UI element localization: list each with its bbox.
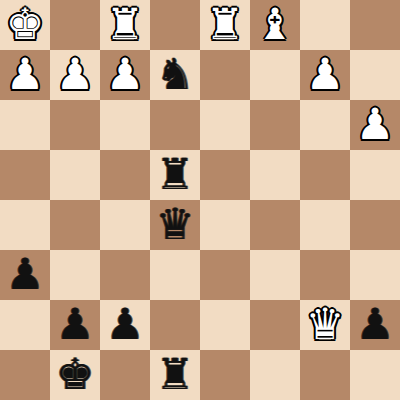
square-e1[interactable] [200,350,250,400]
square-f8[interactable]: ♝ [250,0,300,50]
square-h5[interactable] [350,150,400,200]
piece-white-pawn[interactable]: ♟ [356,99,395,149]
square-c2[interactable]: ♟ [100,300,150,350]
square-d3[interactable] [150,250,200,300]
piece-black-pawn[interactable]: ♟ [106,299,145,349]
square-g1[interactable] [300,350,350,400]
square-d5[interactable]: ♜ [150,150,200,200]
square-b4[interactable] [50,200,100,250]
square-c3[interactable] [100,250,150,300]
piece-white-queen[interactable]: ♛ [306,299,345,349]
square-g5[interactable] [300,150,350,200]
piece-white-rook[interactable]: ♜ [206,0,245,49]
square-a7[interactable]: ♟ [0,50,50,100]
square-h1[interactable] [350,350,400,400]
square-c8[interactable]: ♜ [100,0,150,50]
square-b2[interactable]: ♟ [50,300,100,350]
square-f6[interactable] [250,100,300,150]
piece-white-pawn[interactable]: ♟ [306,49,345,99]
square-h3[interactable] [350,250,400,300]
square-g3[interactable] [300,250,350,300]
square-c7[interactable]: ♟ [100,50,150,100]
piece-black-knight[interactable]: ♞ [156,49,195,99]
square-b7[interactable]: ♟ [50,50,100,100]
square-b8[interactable] [50,0,100,50]
square-a1[interactable] [0,350,50,400]
piece-white-king[interactable]: ♚ [6,0,45,49]
square-h8[interactable] [350,0,400,50]
square-e4[interactable] [200,200,250,250]
square-e5[interactable] [200,150,250,200]
piece-white-pawn[interactable]: ♟ [106,49,145,99]
piece-white-bishop[interactable]: ♝ [256,0,295,49]
square-f7[interactable] [250,50,300,100]
square-d7[interactable]: ♞ [150,50,200,100]
square-c6[interactable] [100,100,150,150]
square-a4[interactable] [0,200,50,250]
square-f3[interactable] [250,250,300,300]
square-d8[interactable] [150,0,200,50]
square-a2[interactable] [0,300,50,350]
square-e7[interactable] [200,50,250,100]
square-g6[interactable] [300,100,350,150]
square-b3[interactable] [50,250,100,300]
piece-black-queen[interactable]: ♛ [156,199,195,249]
square-h6[interactable]: ♟ [350,100,400,150]
square-a5[interactable] [0,150,50,200]
square-b6[interactable] [50,100,100,150]
square-f1[interactable] [250,350,300,400]
square-d6[interactable] [150,100,200,150]
square-e3[interactable] [200,250,250,300]
square-f5[interactable] [250,150,300,200]
square-a6[interactable] [0,100,50,150]
piece-black-pawn[interactable]: ♟ [6,249,45,299]
piece-white-pawn[interactable]: ♟ [56,49,95,99]
square-c5[interactable] [100,150,150,200]
square-g7[interactable]: ♟ [300,50,350,100]
square-d4[interactable]: ♛ [150,200,200,250]
square-h7[interactable] [350,50,400,100]
piece-black-pawn[interactable]: ♟ [56,299,95,349]
square-g8[interactable] [300,0,350,50]
square-a3[interactable]: ♟ [0,250,50,300]
square-e8[interactable]: ♜ [200,0,250,50]
square-a8[interactable]: ♚ [0,0,50,50]
square-c4[interactable] [100,200,150,250]
square-d1[interactable]: ♜ [150,350,200,400]
square-f2[interactable] [250,300,300,350]
square-c1[interactable] [100,350,150,400]
square-g4[interactable] [300,200,350,250]
piece-white-rook[interactable]: ♜ [106,0,145,49]
piece-black-pawn[interactable]: ♟ [356,299,395,349]
square-f4[interactable] [250,200,300,250]
square-h2[interactable]: ♟ [350,300,400,350]
square-d2[interactable] [150,300,200,350]
chess-board: ♚♜♜♝♟♟♟♞♟♟♜♛♟♟♟♛♟♚♜ [0,0,400,400]
piece-black-king[interactable]: ♚ [56,349,95,399]
square-b5[interactable] [50,150,100,200]
piece-white-pawn[interactable]: ♟ [6,49,45,99]
square-b1[interactable]: ♚ [50,350,100,400]
square-e2[interactable] [200,300,250,350]
square-h4[interactable] [350,200,400,250]
piece-black-rook[interactable]: ♜ [156,149,195,199]
square-e6[interactable] [200,100,250,150]
square-g2[interactable]: ♛ [300,300,350,350]
piece-black-rook[interactable]: ♜ [156,349,195,399]
